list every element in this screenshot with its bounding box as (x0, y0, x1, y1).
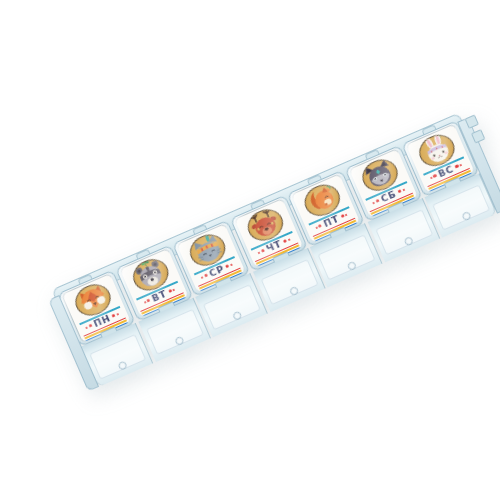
red-dots (225, 263, 232, 269)
red-dots (398, 188, 405, 194)
red-dots (430, 174, 437, 180)
red-dots (168, 288, 175, 294)
red-dots (201, 274, 208, 280)
red-dots (315, 224, 322, 230)
red-dots (283, 238, 290, 244)
red-dots (340, 213, 347, 219)
pill-organizer: ПН (52, 117, 500, 389)
red-dots (455, 163, 462, 169)
red-dots (143, 299, 150, 305)
product-photo: ПН (0, 0, 500, 500)
red-dots (112, 312, 119, 318)
red-dots (372, 199, 379, 205)
red-dots (258, 249, 265, 255)
red-dots (85, 324, 92, 330)
